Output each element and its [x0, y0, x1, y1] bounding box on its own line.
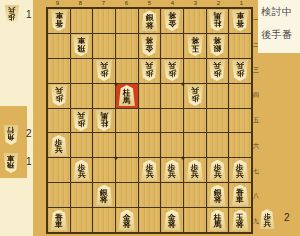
piece-kanji: 歩	[168, 70, 176, 78]
piece-kanji: 兵	[214, 62, 222, 70]
board-square-5九[interactable]	[139, 208, 161, 232]
piece-kanji: 兵	[191, 171, 199, 179]
board-square-7四[interactable]	[93, 84, 115, 108]
rank-label: 六	[253, 133, 259, 158]
shogi-piece-gote[interactable]: 歩兵	[140, 60, 158, 81]
board-star-point	[182, 156, 185, 159]
board-square-3三[interactable]	[184, 59, 206, 83]
file-label: 6	[115, 0, 138, 7]
piece-kanji: 歩	[8, 14, 15, 21]
shogi-piece-gote[interactable]: 飛車	[72, 35, 90, 56]
piece-kanji: 兵	[78, 112, 86, 120]
shogi-piece-sente[interactable]: 金将	[163, 210, 181, 231]
piece-kanji: 玉	[191, 45, 199, 53]
board-square-1四[interactable]	[229, 84, 251, 108]
board-square-9三[interactable]	[48, 59, 70, 83]
board-square-5八[interactable]	[139, 183, 161, 207]
board-square-4二[interactable]	[161, 34, 183, 58]
board-square-6一[interactable]	[116, 9, 138, 33]
board-square-9七[interactable]	[48, 158, 70, 182]
file-labels: 987654321	[46, 0, 253, 7]
piece-kanji: 歩	[236, 70, 244, 78]
board-square-6九[interactable]: 金将	[116, 208, 138, 232]
shogi-piece-gote[interactable]: 桂馬	[208, 10, 226, 31]
board-square-5四[interactable]	[139, 84, 161, 108]
shogi-piece-gote[interactable]: 銀将	[208, 35, 226, 56]
piece-kanji: 歩	[55, 95, 63, 103]
board-square-5七[interactable]: 歩兵	[139, 158, 161, 182]
piece-kanji: 馬	[214, 221, 222, 229]
board-square-7三[interactable]: 歩兵	[93, 59, 115, 83]
board-square-5二[interactable]: 金将	[139, 34, 161, 58]
piece-kanji: 歩	[214, 70, 222, 78]
shogi-piece-sente[interactable]: 歩兵	[186, 160, 204, 181]
board-square-9四[interactable]: 歩兵	[48, 84, 70, 108]
status-panel: 検討中 後手番	[258, 0, 300, 53]
shogi-piece-sente[interactable]: 玉将	[231, 210, 249, 231]
shogi-piece-sente[interactable]: 歩兵	[208, 160, 226, 181]
board-square-4六[interactable]	[161, 133, 183, 157]
piece-kanji: 桂	[214, 20, 222, 28]
board-square-7二[interactable]	[93, 34, 115, 58]
piece-kanji: 歩	[191, 95, 199, 103]
piece-kanji: 将	[123, 221, 131, 229]
piece-kanji: 兵	[100, 62, 108, 70]
board-square-8六[interactable]	[71, 133, 93, 157]
shogi-piece-sente[interactable]: 銀将	[208, 185, 226, 206]
board-square-4九[interactable]: 金将	[161, 208, 183, 232]
piece-kanji: 歩	[78, 119, 86, 127]
shogi-piece-gote[interactable]: 桂馬	[95, 110, 113, 131]
shogi-piece-sente[interactable]: 香車	[231, 185, 249, 206]
piece-kanji: 将	[236, 221, 244, 229]
piece-kanji: 兵	[78, 171, 86, 179]
piece-kanji: 歩	[263, 213, 270, 220]
shogi-piece-gote[interactable]: 歩兵	[186, 85, 204, 106]
piece-kanji: 将	[214, 37, 222, 45]
board-square-7一[interactable]	[93, 9, 115, 33]
piece-kanji: 車	[236, 196, 244, 204]
piece-kanji: 銀	[214, 45, 222, 53]
file-label: 4	[161, 0, 184, 7]
board-star-point	[114, 156, 117, 159]
board-square-4一[interactable]: 金将	[161, 9, 183, 33]
board-square-4五[interactable]	[161, 109, 183, 133]
piece-kanji: 兵	[55, 87, 63, 95]
file-label: 2	[207, 0, 230, 7]
piece-kanji: 将	[146, 37, 154, 45]
board-square-8七[interactable]: 歩兵	[71, 158, 93, 182]
shogi-piece-sente[interactable]: 銀将	[95, 185, 113, 206]
piece-kanji: 桂	[100, 119, 108, 127]
board-square-8一[interactable]	[71, 9, 93, 33]
board-square-8四[interactable]	[71, 84, 93, 108]
board-square-2三[interactable]: 歩兵	[207, 59, 229, 83]
piece-kanji: 兵	[236, 171, 244, 179]
shogi-piece-gote[interactable]: 香車	[50, 10, 68, 31]
gote-hand-count: 1	[26, 157, 32, 167]
board-square-2五[interactable]	[207, 109, 229, 133]
board-square-1七[interactable]: 歩兵	[229, 158, 251, 182]
board-star-point	[182, 82, 185, 85]
board-square-3六[interactable]	[184, 133, 206, 157]
piece-kanji: 歩	[100, 70, 108, 78]
board-square-9八[interactable]	[48, 183, 70, 207]
board-square-5五[interactable]	[139, 109, 161, 133]
piece-kanji: 車	[78, 37, 86, 45]
shogi-piece-gote[interactable]: 歩兵	[208, 60, 226, 81]
file-label: 8	[69, 0, 92, 7]
board-square-8五[interactable]: 歩兵	[71, 109, 93, 133]
piece-kanji: 将	[168, 221, 176, 229]
piece-kanji: 兵	[146, 62, 154, 70]
board-square-4四[interactable]	[161, 84, 183, 108]
piece-kanji: 馬	[100, 112, 108, 120]
status-analyzing-label: 検討中	[261, 6, 299, 18]
shogi-piece-gote[interactable]: 歩兵	[95, 60, 113, 81]
board-square-1六[interactable]	[229, 133, 251, 157]
piece-kanji: 兵	[168, 171, 176, 179]
file-label: 1	[230, 0, 253, 7]
board-square-2八[interactable]: 銀将	[207, 183, 229, 207]
piece-kanji: 香	[55, 20, 63, 28]
shogi-piece-sente[interactable]: 歩兵	[259, 209, 275, 229]
board-square-6三[interactable]	[116, 59, 138, 83]
piece-kanji: 兵	[191, 87, 199, 95]
board-square-2六[interactable]	[207, 133, 229, 157]
board-square-9六[interactable]: 歩兵	[48, 133, 70, 157]
board-square-8八[interactable]	[71, 183, 93, 207]
piece-kanji: 将	[100, 196, 108, 204]
board-square-9二[interactable]	[48, 34, 70, 58]
board-square-5一[interactable]: 銀将	[139, 9, 161, 33]
piece-kanji: 金	[168, 20, 176, 28]
shogi-piece-sente[interactable]: 歩兵	[231, 160, 249, 181]
board-square-2二[interactable]: 銀将	[207, 34, 229, 58]
rank-label: 四	[253, 83, 259, 108]
board-square-4三[interactable]: 歩兵	[161, 59, 183, 83]
board-square-8二[interactable]: 飛車	[71, 34, 93, 58]
board-square-7六[interactable]	[93, 133, 115, 157]
shogi-piece-sente[interactable]: 金将	[118, 210, 136, 231]
file-label: 9	[46, 0, 69, 7]
piece-kanji: 車	[55, 221, 63, 229]
board-square-6七[interactable]	[116, 158, 138, 182]
board-square-2四[interactable]	[207, 84, 229, 108]
piece-kanji: 香	[236, 20, 244, 28]
shogi-piece-sente[interactable]: 歩兵	[140, 160, 158, 181]
shogi-piece-sente[interactable]: 歩兵	[163, 160, 181, 181]
rank-label: 九	[253, 209, 259, 234]
status-side-to-move-label: 後手番	[261, 29, 299, 41]
shogi-app: 987654321 一二三四五六七八九 香車銀将金将桂馬香車飛車金将玉将銀将歩兵…	[0, 0, 300, 236]
board-square-4七[interactable]: 歩兵	[161, 158, 183, 182]
board-square-9九[interactable]: 香車	[48, 208, 70, 232]
board-square-2九[interactable]: 桂馬	[207, 208, 229, 232]
board-square-3四[interactable]: 歩兵	[184, 84, 206, 108]
rank-label: 五	[253, 108, 259, 133]
piece-kanji: 車	[236, 12, 244, 20]
board-square-3五[interactable]	[184, 109, 206, 133]
shogi-board: 香車銀将金将桂馬香車飛車金将玉将銀将歩兵歩兵歩兵歩兵歩兵歩兵桂馬歩兵歩兵桂馬歩兵…	[46, 7, 253, 234]
piece-kanji: 馬	[214, 12, 222, 20]
board-square-8九[interactable]	[71, 208, 93, 232]
shogi-piece-gote[interactable]: 歩兵	[72, 110, 90, 131]
board-square-8三[interactable]	[71, 59, 93, 83]
piece-kanji: 将	[191, 37, 199, 45]
piece-kanji: 車	[7, 155, 14, 162]
board-square-5六[interactable]	[139, 133, 161, 157]
piece-kanji: 車	[55, 12, 63, 20]
shogi-piece-gote[interactable]: 歩兵	[231, 60, 249, 81]
shogi-piece-gote[interactable]: 金将	[140, 35, 158, 56]
piece-kanji: 行	[7, 127, 14, 134]
gote-hand-count: 2	[26, 129, 32, 139]
piece-kanji: 飛	[7, 162, 14, 169]
file-label: 5	[138, 0, 161, 7]
board-square-3七[interactable]: 歩兵	[184, 158, 206, 182]
piece-kanji: 兵	[146, 171, 154, 179]
rank-label: 八	[253, 184, 259, 209]
board-square-6八[interactable]	[116, 183, 138, 207]
file-label: 7	[92, 0, 115, 7]
shogi-piece-sente[interactable]: 桂馬	[208, 210, 226, 231]
shogi-piece-sente[interactable]: 銀将	[140, 10, 158, 31]
board-square-9五[interactable]	[48, 109, 70, 133]
board-square-6二[interactable]	[116, 34, 138, 58]
shogi-piece-gote[interactable]: 歩兵	[50, 85, 68, 106]
piece-kanji: 兵	[8, 7, 15, 14]
shogi-piece-sente[interactable]: 桂馬	[118, 85, 136, 106]
board-square-6五[interactable]	[116, 109, 138, 133]
board-square-1二[interactable]	[229, 34, 251, 58]
board-square-1九[interactable]: 玉将	[229, 208, 251, 232]
piece-kanji: 飛	[78, 45, 86, 53]
board-square-3九[interactable]	[184, 208, 206, 232]
board-square-1五[interactable]	[229, 109, 251, 133]
board-square-7八[interactable]: 銀将	[93, 183, 115, 207]
piece-kanji: 将	[168, 12, 176, 20]
piece-kanji: 将	[214, 196, 222, 204]
board-square-6六[interactable]	[116, 133, 138, 157]
piece-kanji: 将	[146, 22, 154, 30]
board-square-7九[interactable]	[93, 208, 115, 232]
piece-kanji: 金	[146, 45, 154, 53]
board-square-5三[interactable]: 歩兵	[139, 59, 161, 83]
piece-kanji: 角	[7, 134, 14, 141]
piece-kanji: 歩	[146, 70, 154, 78]
piece-kanji: 兵	[55, 146, 63, 154]
shogi-piece-sente[interactable]: 歩兵	[50, 135, 68, 156]
board-star-point	[114, 82, 117, 85]
rank-label: 七	[253, 158, 259, 183]
shogi-piece-gote[interactable]: 香車	[231, 10, 249, 31]
shogi-piece-gote[interactable]: 金将	[163, 10, 181, 31]
board-square-1三[interactable]: 歩兵	[229, 59, 251, 83]
rank-label: 三	[253, 57, 259, 82]
board-square-9一[interactable]: 香車	[48, 9, 70, 33]
board-square-3二[interactable]: 玉将	[184, 34, 206, 58]
shogi-piece-sente[interactable]: 歩兵	[72, 160, 90, 181]
board-square-2一[interactable]: 桂馬	[207, 9, 229, 33]
sente-hand-count: 2	[284, 213, 290, 223]
shogi-piece-gote[interactable]: 玉将	[186, 35, 204, 56]
piece-kanji: 兵	[168, 62, 176, 70]
board-square-7五[interactable]: 桂馬	[93, 109, 115, 133]
board-square-4八[interactable]	[161, 183, 183, 207]
gote-hand-count: 1	[26, 10, 32, 20]
piece-kanji: 馬	[123, 97, 131, 105]
piece-kanji: 兵	[214, 171, 222, 179]
board-square-7七[interactable]	[93, 158, 115, 182]
piece-kanji: 兵	[263, 220, 270, 227]
shogi-piece-sente[interactable]: 香車	[50, 210, 68, 231]
board-square-1八[interactable]: 香車	[229, 183, 251, 207]
shogi-piece-gote[interactable]: 歩兵	[163, 60, 181, 81]
board-square-6四[interactable]: 桂馬	[116, 84, 138, 108]
board-square-2七[interactable]: 歩兵	[207, 158, 229, 182]
piece-kanji: 兵	[236, 62, 244, 70]
board-square-1一[interactable]: 香車	[229, 9, 251, 33]
board-square-3一[interactable]	[184, 9, 206, 33]
file-label: 3	[184, 0, 207, 7]
board-square-3八[interactable]	[184, 183, 206, 207]
